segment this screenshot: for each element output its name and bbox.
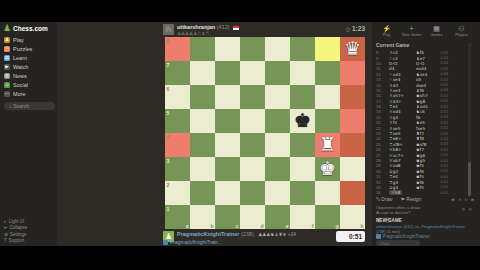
rank-label: 8 — [167, 38, 170, 44]
square-h2[interactable] — [340, 181, 365, 205]
square-c5[interactable] — [215, 109, 240, 133]
move-nav-buttons: «‹›» — [451, 196, 474, 202]
refresh-icon[interactable]: ⟳ — [461, 207, 465, 212]
learn-icon: ▤ — [4, 55, 10, 61]
square-f8[interactable] — [290, 37, 315, 61]
logo-pawn-icon: ♟ — [3, 24, 11, 33]
news-icon: ▥ — [4, 73, 10, 79]
move-time: 0:01 — [441, 121, 448, 125]
player-badge-icon — [376, 234, 381, 239]
square-h3[interactable] — [340, 157, 365, 181]
sidebar-item-label: Play — [13, 37, 24, 43]
move-time: 0:02 — [441, 110, 448, 114]
game-controls: ½ Draw ⚑ Resign «‹›» — [376, 196, 474, 202]
tab-label: Play — [374, 33, 399, 37]
rank-label: 2 — [167, 182, 170, 188]
games-icon: ▦ — [424, 24, 449, 33]
square-c7[interactable] — [215, 61, 240, 85]
sidebar-item-label: Puzzles — [13, 46, 32, 52]
top-player-bar: ♘ uttkarshranjan (412) ♙♙♙♙♙♘♗♖ ◷1:23 — [163, 24, 365, 36]
square-d6[interactable] — [240, 85, 265, 109]
move-time: 0:01 — [441, 185, 448, 189]
file-label: f — [312, 223, 314, 229]
last-move-button[interactable]: » — [471, 196, 474, 202]
square-a5[interactable]: 5 — [165, 109, 190, 133]
move-time: 0:01 — [441, 83, 448, 87]
chesscom-logo[interactable]: ♟ Chess.com — [3, 24, 48, 33]
scrollbar-thumb[interactable] — [468, 162, 471, 196]
game-panel: ⚡Play+New Game▦Games⚇Players Current Gam… — [372, 22, 480, 246]
move-time: 0:02 — [441, 180, 448, 184]
square-h6[interactable] — [340, 85, 365, 109]
material-score: +14 — [288, 232, 296, 237]
square-d4[interactable] — [240, 133, 265, 157]
square-g3[interactable]: ♚ — [315, 157, 340, 181]
square-d2[interactable] — [240, 181, 265, 205]
square-d5[interactable] — [240, 109, 265, 133]
move-time: 0:02 — [441, 67, 448, 71]
file-label: d — [260, 223, 263, 229]
square-e8[interactable] — [265, 37, 290, 61]
bottom-captured-pieces: ♟♟♟♞♝♜♛ +14 — [258, 232, 295, 237]
square-b7[interactable] — [190, 61, 215, 85]
white-king[interactable]: ♚ — [315, 157, 340, 181]
square-b8[interactable] — [190, 37, 215, 61]
square-g4[interactable]: ♜ — [315, 133, 340, 157]
tab-label: New Game — [399, 33, 424, 37]
chat-player-link[interactable]: PragmaticKnightTrainer — [383, 234, 430, 239]
chat-player-link-row: PragmaticKnightTrainer — [376, 234, 430, 239]
sidebar-nav: ♟Play◳Puzzles▤Learn▶Watch▥News☺Social⋯Mo… — [0, 35, 57, 98]
file-label: a — [186, 223, 189, 229]
rank-label: 7 — [167, 62, 170, 68]
square-d7[interactable] — [240, 61, 265, 85]
square-h4[interactable] — [340, 133, 365, 157]
square-f3[interactable] — [290, 157, 315, 181]
settings-icon: ⚙ — [4, 232, 8, 237]
sidebar-item-label: Watch — [13, 64, 28, 70]
move-time: 0:03 — [441, 115, 448, 119]
square-c2[interactable] — [215, 181, 240, 205]
tab-new-game[interactable]: +New Game — [399, 24, 424, 37]
square-b2[interactable] — [190, 181, 215, 205]
collapse-icon: ⇤ — [4, 225, 8, 230]
puzzles-icon: ◳ — [4, 46, 10, 52]
move-time: 0:02 — [441, 148, 448, 152]
square-c8[interactable] — [215, 37, 240, 61]
move-time: 0:02 — [441, 94, 448, 98]
square-a4[interactable]: 4 — [165, 133, 190, 157]
app-window: ♟ Chess.com ♟Play◳Puzzles▤Learn▶Watch▥Ne… — [0, 22, 480, 246]
rank-label: 6 — [167, 86, 170, 92]
sidebar-footer-support[interactable]: ?Support — [4, 238, 27, 245]
chat-vs-line: uttkarshranjan (412) vs. PragmaticKnight… — [376, 224, 474, 234]
players-icon: ⚇ — [449, 24, 474, 33]
square-f5[interactable]: ♚ — [290, 109, 315, 133]
square-a3[interactable]: 3 — [165, 157, 190, 181]
square-a6[interactable]: 6 — [165, 85, 190, 109]
bottom-subline: PragmaticKnightTrain… — [163, 239, 223, 245]
resign-button[interactable]: ⚑ Resign — [401, 197, 422, 202]
white-rook[interactable]: ♜ — [315, 133, 340, 157]
square-e1[interactable]: e — [265, 205, 290, 229]
bottom-subline-link[interactable]: PragmaticKnightTrain… — [170, 239, 223, 245]
sidebar-footer: ◐Light UI⇤Collapse⚙Settings?Support — [4, 218, 27, 244]
square-e5[interactable] — [265, 109, 290, 133]
square-b4[interactable] — [190, 133, 215, 157]
move-time: 0:01 — [441, 132, 448, 136]
square-h7[interactable] — [340, 61, 365, 85]
current-game-label: Current Game — [376, 42, 409, 48]
sidebar-item-watch[interactable]: ▶Watch — [0, 62, 57, 71]
sidebar-item-label: Social — [13, 82, 28, 88]
square-a7[interactable]: 7 — [165, 61, 190, 85]
square-d3[interactable] — [240, 157, 265, 181]
sidebar-item-more[interactable]: ⋯More — [0, 89, 57, 98]
square-c6[interactable] — [215, 85, 240, 109]
support-icon: ? — [4, 238, 7, 243]
tab-games[interactable]: ▦Games — [424, 24, 449, 37]
sidebar-item-learn[interactable]: ▤Learn — [0, 53, 57, 62]
square-d8[interactable] — [240, 37, 265, 61]
tab-play[interactable]: ⚡Play — [374, 24, 399, 37]
move-time: 0:01 — [441, 99, 448, 103]
square-c3[interactable] — [215, 157, 240, 181]
move-time: 0:02 — [441, 191, 448, 195]
sidebar-item-social[interactable]: ☺Social — [0, 80, 57, 89]
square-e7[interactable] — [265, 61, 290, 85]
square-e2[interactable] — [265, 181, 290, 205]
move-time: 0:02 — [441, 126, 448, 130]
square-g7[interactable] — [315, 61, 340, 85]
square-g8[interactable] — [315, 37, 340, 61]
logo-text: Chess.com — [13, 25, 48, 32]
sidebar-item-label: News — [13, 73, 27, 79]
search-input[interactable]: ⌕ Search — [4, 102, 55, 110]
move-list-scrollbar[interactable] — [468, 44, 471, 196]
top-player-name[interactable]: uttkarshranjan (412) — [177, 24, 239, 30]
coach-icons: ⟳ ✕ — [461, 207, 472, 212]
white-move[interactable]: ♕h8 — [389, 190, 402, 195]
square-c1[interactable]: c — [215, 205, 240, 229]
bottom-player-name[interactable]: PragmaticKnightTrainer (238) ♟♟♟♞♝♜♛ +14 — [177, 231, 296, 237]
square-g1[interactable]: g — [315, 205, 340, 229]
play-icon: ♟ — [4, 37, 10, 43]
chess-board: 8♛765♚4♜3♚21abcdefgh — [165, 37, 365, 229]
new-game-icon: + — [399, 24, 424, 33]
white-queen[interactable]: ♛ — [340, 37, 365, 61]
square-b1[interactable]: b — [190, 205, 215, 229]
move-row: 34.♕h80:02 — [372, 190, 472, 195]
draw-button[interactable]: ½ Draw — [376, 197, 393, 202]
move-time: 0:02 — [441, 105, 448, 109]
move-time: 0:01 — [441, 153, 448, 157]
draw-offer-line2: Accept or decline? — [376, 210, 474, 215]
move-time: 0:03 — [441, 88, 448, 92]
square-a8[interactable]: 8 — [165, 37, 190, 61]
sidebar-footer-collapse[interactable]: ⇤Collapse — [4, 225, 27, 232]
prev-move-button[interactable]: ‹ — [459, 196, 461, 202]
square-f7[interactable] — [290, 61, 315, 85]
top-captured-pieces: ♙♙♙♙♙♘♗♖ — [177, 31, 209, 36]
rank-label: 5 — [167, 110, 170, 116]
tab-label: Games — [424, 33, 449, 37]
country-flag-icon — [233, 26, 239, 30]
bottom-player-clock: 0:51 — [336, 231, 365, 242]
square-e4[interactable] — [265, 133, 290, 157]
rank-label: 4 — [167, 134, 170, 140]
square-b5[interactable] — [190, 109, 215, 133]
move-time: 0:03 — [441, 61, 448, 65]
move-time: 0:02 — [441, 159, 448, 163]
chat-new-game-header: NEW GAME — [376, 218, 402, 223]
page: ♟ Chess.com ♟Play◳Puzzles▤Learn▶Watch▥Ne… — [0, 0, 480, 270]
square-a1[interactable]: 1a — [165, 205, 190, 229]
square-f6[interactable] — [290, 85, 315, 109]
sidebar-footer-label: Support — [9, 238, 25, 243]
next-move-button[interactable]: › — [465, 196, 467, 202]
square-a2[interactable]: 2 — [165, 181, 190, 205]
square-e6[interactable] — [265, 85, 290, 109]
rank-label: 3 — [167, 158, 170, 164]
move-time: 0:01 — [441, 175, 448, 179]
play-icon: ⚡ — [374, 24, 399, 33]
square-g6[interactable] — [315, 85, 340, 109]
move-time: 0:01 — [441, 164, 448, 168]
more-icon: ⋯ — [4, 91, 10, 97]
square-f1[interactable]: f — [290, 205, 315, 229]
square-b3[interactable] — [190, 157, 215, 181]
file-label: g — [335, 223, 338, 229]
square-h8[interactable]: ♛ — [340, 37, 365, 61]
move-list: 8.♗c4♞f60:029.♘c3♝e70:0110.O-OO-O0:0311.… — [372, 50, 472, 196]
move-time: 0:02 — [441, 169, 448, 173]
square-f2[interactable] — [290, 181, 315, 205]
sidebar-item-label: Learn — [13, 55, 27, 61]
top-player-clock: ◷1:23 — [345, 25, 365, 32]
square-c4[interactable] — [215, 133, 240, 157]
first-move-button[interactable]: « — [451, 196, 454, 202]
watch-icon: ▶ — [4, 64, 10, 70]
sidebar-item-play[interactable]: ♟Play — [0, 35, 57, 44]
panel-tabs: ⚡Play+New Game▦Games⚇Players — [374, 24, 474, 37]
rank-label: 1 — [167, 206, 170, 212]
square-g5[interactable] — [315, 109, 340, 133]
sidebar: ♟ Chess.com ♟Play◳Puzzles▤Learn▶Watch▥Ne… — [0, 22, 57, 246]
file-label: b — [210, 223, 213, 229]
square-e3[interactable] — [265, 157, 290, 181]
file-label: h — [360, 223, 363, 229]
clock-icon: ◷ — [345, 26, 350, 32]
sidebar-item-puzzles[interactable]: ◳Puzzles — [0, 44, 57, 53]
black-king[interactable]: ♚ — [290, 109, 315, 133]
social-icon: ☺ — [4, 82, 10, 88]
file-label: e — [286, 223, 289, 229]
square-h5[interactable] — [340, 109, 365, 133]
top-player-rating: (412) — [217, 24, 230, 30]
current-game-row: Current Game ✕ — [376, 42, 472, 48]
square-f4[interactable] — [290, 133, 315, 157]
file-label: c — [236, 223, 239, 229]
move-time: 0:04 — [441, 72, 448, 76]
square-b6[interactable] — [190, 85, 215, 109]
bottom-player-rating: (238) — [241, 231, 254, 237]
sidebar-item-label: More — [13, 91, 26, 97]
tab-label: Players — [449, 33, 474, 37]
move-time: 0:02 — [441, 78, 448, 82]
square-g2[interactable] — [315, 181, 340, 205]
sidebar-footer-settings[interactable]: ⚙Settings — [4, 231, 27, 238]
sidebar-item-news[interactable]: ▥News — [0, 71, 57, 80]
square-d1[interactable]: d — [240, 205, 265, 229]
move-time: 0:02 — [441, 137, 448, 141]
sidebar-footer-label: Collapse — [10, 225, 28, 230]
chat-input[interactable] — [376, 240, 420, 246]
tab-players[interactable]: ⚇Players — [449, 24, 474, 37]
move-time: 0:01 — [441, 56, 448, 60]
move-number: 34. — [372, 190, 389, 195]
stream-badge-icon — [163, 240, 168, 245]
square-h1[interactable]: h — [340, 205, 365, 229]
top-player-avatar[interactable]: ♘ — [163, 24, 174, 35]
dismiss-icon[interactable]: ✕ — [468, 207, 472, 212]
move-time: 0:02 — [441, 51, 448, 55]
sidebar-footer-label: Light UI — [9, 219, 25, 224]
move-time: 0:03 — [441, 142, 448, 146]
sidebar-footer-label: Settings — [10, 232, 26, 237]
light-ui-icon: ◐ — [4, 219, 7, 224]
